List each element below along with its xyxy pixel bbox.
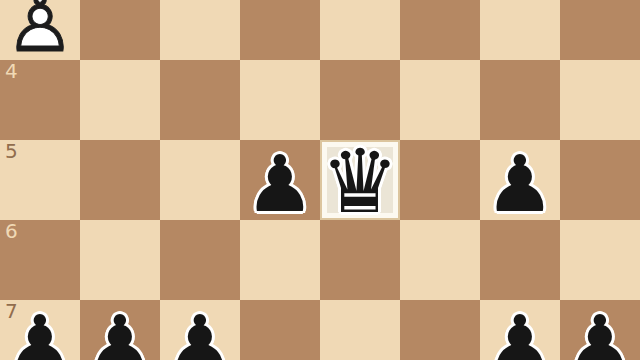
chess-board-viewport: ♟♙45♟♛♟67♟♟♟♟♟ [0,0,640,360]
square-e5[interactable]: ♟ [240,140,320,220]
black-pawn[interactable]: ♟ [240,144,320,224]
rank-label-4: 4 [5,61,18,81]
square-d7[interactable] [320,300,400,360]
square-d4[interactable] [320,60,400,140]
square-a6[interactable] [560,220,640,300]
square-c5[interactable] [400,140,480,220]
square-g7[interactable]: ♟ [80,300,160,360]
square-e7[interactable] [240,300,320,360]
black-queen[interactable]: ♛ [320,142,400,222]
black-pawn[interactable]: ♟ [80,304,160,360]
square-d6[interactable] [320,220,400,300]
square-h6[interactable]: 6 [0,220,80,300]
square-a5[interactable] [560,140,640,220]
square-h7[interactable]: 7♟ [0,300,80,360]
square-h3[interactable]: ♟♙ [0,0,80,60]
square-f5[interactable] [160,140,240,220]
square-b4[interactable] [480,60,560,140]
square-b7[interactable]: ♟ [480,300,560,360]
square-c3[interactable] [400,0,480,60]
square-a7[interactable]: ♟ [560,300,640,360]
black-pawn[interactable]: ♟ [0,304,80,360]
black-pawn[interactable]: ♟ [160,304,240,360]
square-g3[interactable] [80,0,160,60]
square-b5[interactable]: ♟ [480,140,560,220]
square-f6[interactable] [160,220,240,300]
square-g5[interactable] [80,140,160,220]
rank-label-5: 5 [5,141,18,161]
black-pawn[interactable]: ♟ [480,144,560,224]
chess-board: ♟♙45♟♛♟67♟♟♟♟♟ [0,0,640,360]
square-f3[interactable] [160,0,240,60]
square-h5[interactable]: 5 [0,140,80,220]
white-pawn[interactable]: ♟♙ [0,0,80,64]
white-pawn-outline-glyph: ♙ [0,0,80,64]
square-b6[interactable] [480,220,560,300]
rank-label-6: 6 [5,221,18,241]
square-f7[interactable]: ♟ [160,300,240,360]
square-g4[interactable] [80,60,160,140]
square-g6[interactable] [80,220,160,300]
square-d3[interactable] [320,0,400,60]
square-e3[interactable] [240,0,320,60]
square-b3[interactable] [480,0,560,60]
square-d5[interactable]: ♛ [320,140,400,220]
square-c6[interactable] [400,220,480,300]
square-c4[interactable] [400,60,480,140]
square-f4[interactable] [160,60,240,140]
square-e4[interactable] [240,60,320,140]
square-a3[interactable] [560,0,640,60]
black-pawn[interactable]: ♟ [560,304,640,360]
square-h4[interactable]: 4 [0,60,80,140]
black-pawn[interactable]: ♟ [480,304,560,360]
square-a4[interactable] [560,60,640,140]
square-e6[interactable] [240,220,320,300]
square-c7[interactable] [400,300,480,360]
